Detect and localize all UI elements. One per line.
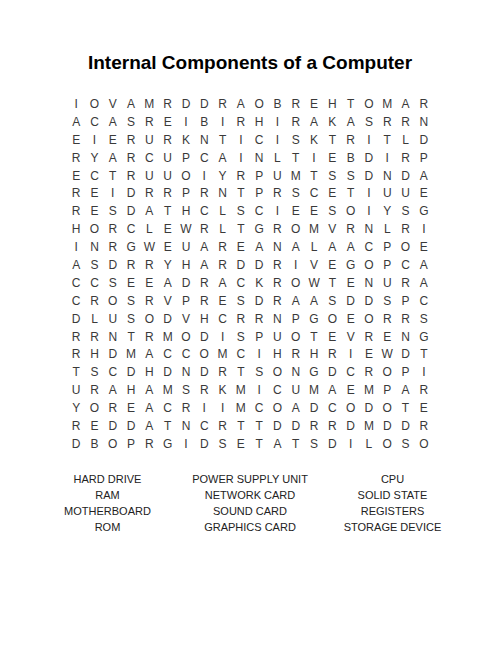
grid-cell[interactable]: M <box>305 381 323 399</box>
grid-cell[interactable]: C <box>396 256 414 274</box>
grid-cell[interactable]: C <box>341 363 359 381</box>
grid-cell[interactable]: R <box>195 220 213 238</box>
grid-cell[interactable]: R <box>341 220 359 238</box>
grid-cell[interactable]: C <box>67 292 85 310</box>
grid-cell[interactable]: H <box>305 345 323 363</box>
grid-cell[interactable]: Y <box>378 202 396 220</box>
grid-cell[interactable]: A <box>287 238 305 256</box>
grid-cell[interactable]: E <box>122 399 140 417</box>
grid-cell[interactable]: I <box>415 220 433 238</box>
grid-cell[interactable]: V <box>341 328 359 346</box>
grid-cell[interactable]: R <box>213 95 231 113</box>
grid-cell[interactable]: D <box>104 345 122 363</box>
grid-cell[interactable]: R <box>122 149 140 167</box>
grid-cell[interactable]: U <box>396 184 414 202</box>
grid-cell[interactable]: M <box>122 345 140 363</box>
grid-cell[interactable]: R <box>213 238 231 256</box>
grid-cell[interactable]: H <box>177 202 195 220</box>
grid-cell[interactable]: A <box>140 417 158 435</box>
grid-cell[interactable]: D <box>323 435 341 453</box>
grid-cell[interactable]: A <box>140 399 158 417</box>
grid-cell[interactable]: M <box>159 381 177 399</box>
grid-cell[interactable]: O <box>415 435 433 453</box>
grid-cell[interactable]: W <box>378 345 396 363</box>
grid-cell[interactable]: C <box>67 274 85 292</box>
grid-cell[interactable]: D <box>360 292 378 310</box>
grid-cell[interactable]: Y <box>85 149 103 167</box>
grid-cell[interactable]: A <box>140 202 158 220</box>
grid-cell[interactable]: D <box>268 417 286 435</box>
grid-cell[interactable]: D <box>250 256 268 274</box>
grid-cell[interactable]: E <box>104 131 122 149</box>
grid-cell[interactable]: E <box>323 256 341 274</box>
grid-cell[interactable]: K <box>323 113 341 131</box>
grid-cell[interactable]: T <box>378 131 396 149</box>
grid-cell[interactable]: C <box>213 310 231 328</box>
grid-cell[interactable]: T <box>232 417 250 435</box>
grid-cell[interactable]: R <box>287 345 305 363</box>
grid-cell[interactable]: U <box>177 238 195 256</box>
grid-cell[interactable]: O <box>268 399 286 417</box>
grid-cell[interactable]: R <box>360 363 378 381</box>
grid-cell[interactable]: S <box>232 202 250 220</box>
grid-cell[interactable]: R <box>396 310 414 328</box>
grid-cell[interactable]: O <box>177 328 195 346</box>
grid-cell[interactable]: D <box>122 417 140 435</box>
grid-cell[interactable]: A <box>305 292 323 310</box>
grid-cell[interactable]: D <box>305 399 323 417</box>
grid-cell[interactable]: U <box>140 131 158 149</box>
grid-cell[interactable]: M <box>360 381 378 399</box>
grid-cell[interactable]: H <box>323 95 341 113</box>
grid-cell[interactable]: I <box>268 202 286 220</box>
grid-cell[interactable]: O <box>140 310 158 328</box>
grid-cell[interactable]: D <box>67 310 85 328</box>
grid-cell[interactable]: E <box>305 95 323 113</box>
grid-cell[interactable]: R <box>378 113 396 131</box>
grid-cell[interactable]: O <box>85 220 103 238</box>
grid-cell[interactable]: R <box>140 256 158 274</box>
grid-cell[interactable]: O <box>287 274 305 292</box>
grid-cell[interactable]: R <box>140 113 158 131</box>
grid-cell[interactable]: S <box>323 167 341 185</box>
grid-cell[interactable]: U <box>159 149 177 167</box>
grid-cell[interactable]: E <box>360 345 378 363</box>
grid-cell[interactable]: P <box>378 256 396 274</box>
grid-cell[interactable]: B <box>85 435 103 453</box>
grid-cell[interactable]: B <box>341 149 359 167</box>
grid-cell[interactable]: T <box>67 363 85 381</box>
grid-cell[interactable]: S <box>323 292 341 310</box>
grid-cell[interactable]: S <box>232 328 250 346</box>
grid-cell[interactable]: M <box>232 381 250 399</box>
grid-cell[interactable]: A <box>159 274 177 292</box>
grid-cell[interactable]: R <box>67 184 85 202</box>
grid-cell[interactable]: C <box>250 399 268 417</box>
grid-cell[interactable]: R <box>122 167 140 185</box>
grid-cell[interactable]: D <box>195 435 213 453</box>
grid-cell[interactable]: G <box>415 328 433 346</box>
grid-cell[interactable]: A <box>195 238 213 256</box>
grid-cell[interactable]: E <box>159 220 177 238</box>
grid-cell[interactable]: E <box>232 435 250 453</box>
grid-cell[interactable]: T <box>232 220 250 238</box>
grid-cell[interactable]: R <box>360 328 378 346</box>
grid-cell[interactable]: C <box>415 292 433 310</box>
grid-cell[interactable]: T <box>323 131 341 149</box>
grid-cell[interactable]: R <box>305 417 323 435</box>
grid-cell[interactable]: C <box>360 238 378 256</box>
grid-cell[interactable]: R <box>415 381 433 399</box>
grid-cell[interactable]: E <box>85 184 103 202</box>
grid-cell[interactable]: R <box>67 417 85 435</box>
grid-cell[interactable]: E <box>213 292 231 310</box>
grid-cell[interactable]: E <box>323 328 341 346</box>
grid-cell[interactable]: R <box>104 399 122 417</box>
grid-cell[interactable]: D <box>415 131 433 149</box>
grid-cell[interactable]: R <box>85 328 103 346</box>
grid-cell[interactable]: A <box>250 238 268 256</box>
grid-cell[interactable]: R <box>195 274 213 292</box>
grid-cell[interactable]: D <box>104 256 122 274</box>
grid-cell[interactable]: C <box>195 417 213 435</box>
grid-cell[interactable]: P <box>378 381 396 399</box>
grid-cell[interactable]: M <box>232 399 250 417</box>
grid-cell[interactable]: E <box>378 328 396 346</box>
grid-cell[interactable]: E <box>159 238 177 256</box>
grid-cell[interactable]: R <box>232 310 250 328</box>
grid-cell[interactable]: O <box>360 95 378 113</box>
grid-cell[interactable]: A <box>415 167 433 185</box>
grid-cell[interactable]: R <box>104 220 122 238</box>
grid-cell[interactable]: N <box>250 149 268 167</box>
grid-cell[interactable]: R <box>268 184 286 202</box>
grid-cell[interactable]: I <box>67 238 85 256</box>
grid-cell[interactable]: O <box>341 202 359 220</box>
grid-cell[interactable]: V <box>305 256 323 274</box>
grid-cell[interactable]: R <box>323 417 341 435</box>
grid-cell[interactable]: I <box>104 184 122 202</box>
grid-cell[interactable]: P <box>250 328 268 346</box>
grid-cell[interactable]: D <box>195 95 213 113</box>
grid-cell[interactable]: C <box>232 274 250 292</box>
grid-cell[interactable]: S <box>122 310 140 328</box>
grid-cell[interactable]: I <box>287 256 305 274</box>
grid-cell[interactable]: I <box>268 131 286 149</box>
grid-cell[interactable]: E <box>159 113 177 131</box>
grid-cell[interactable]: S <box>396 435 414 453</box>
grid-cell[interactable]: S <box>104 274 122 292</box>
grid-cell[interactable]: R <box>67 345 85 363</box>
grid-cell[interactable]: I <box>195 167 213 185</box>
grid-cell[interactable]: O <box>378 435 396 453</box>
grid-cell[interactable]: C <box>177 345 195 363</box>
grid-cell[interactable]: L <box>396 131 414 149</box>
grid-cell[interactable]: N <box>104 328 122 346</box>
grid-cell[interactable]: U <box>378 184 396 202</box>
grid-cell[interactable]: M <box>140 95 158 113</box>
grid-cell[interactable]: T <box>104 167 122 185</box>
grid-cell[interactable]: L <box>360 435 378 453</box>
grid-cell[interactable]: C <box>323 399 341 417</box>
grid-cell[interactable]: P <box>415 149 433 167</box>
grid-cell[interactable]: C <box>159 399 177 417</box>
grid-cell[interactable]: R <box>287 113 305 131</box>
grid-cell[interactable]: N <box>396 328 414 346</box>
grid-cell[interactable]: R <box>195 184 213 202</box>
grid-cell[interactable]: I <box>341 345 359 363</box>
grid-cell[interactable]: S <box>85 256 103 274</box>
grid-cell[interactable]: A <box>104 381 122 399</box>
grid-cell[interactable]: T <box>122 328 140 346</box>
grid-cell[interactable]: R <box>195 381 213 399</box>
grid-cell[interactable]: E <box>323 149 341 167</box>
grid-cell[interactable]: N <box>177 363 195 381</box>
grid-cell[interactable]: N <box>268 238 286 256</box>
grid-cell[interactable]: T <box>305 328 323 346</box>
grid-cell[interactable]: C <box>140 149 158 167</box>
grid-cell[interactable]: C <box>250 202 268 220</box>
grid-cell[interactable]: I <box>341 435 359 453</box>
grid-cell[interactable]: R <box>122 256 140 274</box>
grid-cell[interactable]: I <box>232 149 250 167</box>
grid-cell[interactable]: O <box>104 292 122 310</box>
grid-cell[interactable]: E <box>305 202 323 220</box>
grid-cell[interactable]: D <box>195 363 213 381</box>
grid-cell[interactable]: O <box>195 345 213 363</box>
grid-cell[interactable]: A <box>323 238 341 256</box>
grid-cell[interactable]: Y <box>67 399 85 417</box>
grid-cell[interactable]: O <box>85 95 103 113</box>
grid-cell[interactable]: D <box>104 417 122 435</box>
grid-cell[interactable]: A <box>396 381 414 399</box>
grid-cell[interactable]: I <box>213 399 231 417</box>
grid-cell[interactable]: K <box>177 131 195 149</box>
grid-cell[interactable]: N <box>287 363 305 381</box>
grid-cell[interactable]: H <box>250 113 268 131</box>
grid-cell[interactable]: N <box>213 184 231 202</box>
grid-cell[interactable]: K <box>213 381 231 399</box>
grid-cell[interactable]: C <box>250 131 268 149</box>
grid-cell[interactable]: D <box>122 202 140 220</box>
grid-cell[interactable]: I <box>85 131 103 149</box>
grid-cell[interactable]: C <box>305 184 323 202</box>
grid-cell[interactable]: T <box>232 363 250 381</box>
grid-cell[interactable]: D <box>250 292 268 310</box>
grid-cell[interactable]: W <box>140 238 158 256</box>
grid-cell[interactable]: A <box>341 238 359 256</box>
grid-cell[interactable]: R <box>396 149 414 167</box>
grid-cell[interactable]: N <box>177 417 195 435</box>
grid-cell[interactable]: M <box>378 95 396 113</box>
grid-cell[interactable]: N <box>378 167 396 185</box>
grid-cell[interactable]: G <box>122 238 140 256</box>
grid-cell[interactable]: Y <box>213 167 231 185</box>
grid-cell[interactable]: P <box>122 435 140 453</box>
grid-cell[interactable]: A <box>323 381 341 399</box>
grid-cell[interactable]: P <box>287 310 305 328</box>
grid-cell[interactable]: O <box>360 256 378 274</box>
grid-cell[interactable]: M <box>213 345 231 363</box>
grid-cell[interactable]: O <box>323 310 341 328</box>
grid-cell[interactable]: E <box>85 417 103 435</box>
grid-cell[interactable]: S <box>250 363 268 381</box>
grid-cell[interactable]: L <box>378 220 396 238</box>
grid-cell[interactable]: D <box>378 417 396 435</box>
grid-cell[interactable]: U <box>67 381 85 399</box>
grid-cell[interactable]: D <box>122 363 140 381</box>
grid-cell[interactable]: G <box>305 363 323 381</box>
grid-cell[interactable]: D <box>177 95 195 113</box>
grid-cell[interactable]: A <box>140 381 158 399</box>
grid-cell[interactable]: U <box>287 381 305 399</box>
grid-cell[interactable]: E <box>323 184 341 202</box>
grid-cell[interactable]: A <box>104 149 122 167</box>
grid-cell[interactable]: D <box>177 274 195 292</box>
grid-cell[interactable]: P <box>250 167 268 185</box>
grid-cell[interactable]: S <box>360 113 378 131</box>
grid-cell[interactable]: S <box>177 381 195 399</box>
grid-cell[interactable]: E <box>415 238 433 256</box>
grid-cell[interactable]: I <box>250 345 268 363</box>
grid-cell[interactable]: I <box>213 113 231 131</box>
grid-cell[interactable]: R <box>67 149 85 167</box>
grid-cell[interactable]: S <box>104 202 122 220</box>
grid-cell[interactable]: E <box>67 131 85 149</box>
grid-cell[interactable]: R <box>268 220 286 238</box>
grid-cell[interactable]: K <box>305 131 323 149</box>
grid-cell[interactable]: U <box>140 167 158 185</box>
grid-cell[interactable]: R <box>67 202 85 220</box>
grid-cell[interactable]: G <box>250 220 268 238</box>
grid-cell[interactable]: D <box>360 167 378 185</box>
grid-cell[interactable]: S <box>287 184 305 202</box>
grid-cell[interactable]: V <box>159 292 177 310</box>
grid-cell[interactable]: R <box>378 310 396 328</box>
grid-cell[interactable]: D <box>341 292 359 310</box>
grid-cell[interactable]: H <box>268 345 286 363</box>
grid-cell[interactable]: T <box>159 202 177 220</box>
grid-cell[interactable]: A <box>140 345 158 363</box>
grid-cell[interactable]: R <box>140 292 158 310</box>
grid-cell[interactable]: C <box>122 220 140 238</box>
grid-cell[interactable]: A <box>415 274 433 292</box>
grid-cell[interactable]: D <box>195 328 213 346</box>
grid-cell[interactable]: C <box>159 345 177 363</box>
grid-cell[interactable]: R <box>140 435 158 453</box>
grid-cell[interactable]: O <box>396 238 414 256</box>
grid-cell[interactable]: S <box>122 113 140 131</box>
grid-cell[interactable]: U <box>268 167 286 185</box>
grid-cell[interactable]: P <box>396 292 414 310</box>
grid-cell[interactable]: G <box>341 256 359 274</box>
grid-cell[interactable]: R <box>104 238 122 256</box>
grid-cell[interactable]: I <box>415 363 433 381</box>
grid-cell[interactable]: I <box>305 149 323 167</box>
grid-cell[interactable]: I <box>378 149 396 167</box>
grid-cell[interactable]: O <box>85 399 103 417</box>
grid-cell[interactable]: C <box>232 345 250 363</box>
grid-cell[interactable]: S <box>213 435 231 453</box>
grid-cell[interactable]: S <box>396 202 414 220</box>
grid-cell[interactable]: I <box>250 381 268 399</box>
grid-cell[interactable]: S <box>378 292 396 310</box>
grid-cell[interactable]: P <box>177 292 195 310</box>
grid-cell[interactable]: O <box>360 310 378 328</box>
grid-cell[interactable]: T <box>250 417 268 435</box>
grid-cell[interactable]: A <box>104 113 122 131</box>
grid-cell[interactable]: A <box>287 399 305 417</box>
grid-cell[interactable]: A <box>305 113 323 131</box>
grid-cell[interactable]: A <box>287 292 305 310</box>
grid-cell[interactable]: O <box>378 363 396 381</box>
grid-cell[interactable]: P <box>396 363 414 381</box>
grid-cell[interactable]: I <box>360 131 378 149</box>
grid-cell[interactable]: R <box>122 131 140 149</box>
grid-cell[interactable]: Y <box>159 256 177 274</box>
grid-cell[interactable]: R <box>213 363 231 381</box>
grid-cell[interactable]: E <box>287 202 305 220</box>
grid-cell[interactable]: N <box>360 220 378 238</box>
grid-cell[interactable]: D <box>159 363 177 381</box>
grid-cell[interactable]: L <box>213 202 231 220</box>
grid-cell[interactable]: A <box>232 95 250 113</box>
grid-cell[interactable]: T <box>341 184 359 202</box>
grid-cell[interactable]: T <box>250 435 268 453</box>
grid-cell[interactable]: D <box>360 399 378 417</box>
grid-cell[interactable]: C <box>85 167 103 185</box>
grid-cell[interactable]: S <box>232 292 250 310</box>
grid-cell[interactable]: B <box>268 95 286 113</box>
grid-cell[interactable]: T <box>213 131 231 149</box>
grid-cell[interactable]: T <box>287 149 305 167</box>
grid-cell[interactable]: R <box>140 184 158 202</box>
grid-cell[interactable]: R <box>213 256 231 274</box>
grid-cell[interactable]: M <box>305 220 323 238</box>
grid-cell[interactable]: N <box>415 113 433 131</box>
grid-cell[interactable]: R <box>232 167 250 185</box>
grid-cell[interactable]: R <box>341 131 359 149</box>
grid-cell[interactable]: R <box>159 131 177 149</box>
grid-cell[interactable]: C <box>85 274 103 292</box>
grid-cell[interactable]: C <box>195 149 213 167</box>
grid-cell[interactable]: T <box>415 345 433 363</box>
grid-cell[interactable]: D <box>396 417 414 435</box>
grid-cell[interactable]: O <box>378 399 396 417</box>
grid-cell[interactable]: N <box>85 238 103 256</box>
grid-cell[interactable]: G <box>305 310 323 328</box>
grid-cell[interactable]: R <box>195 292 213 310</box>
grid-cell[interactable]: O <box>268 363 286 381</box>
grid-cell[interactable]: A <box>341 113 359 131</box>
grid-cell[interactable]: V <box>177 310 195 328</box>
grid-cell[interactable]: A <box>213 149 231 167</box>
grid-cell[interactable]: H <box>177 256 195 274</box>
grid-cell[interactable]: R <box>232 113 250 131</box>
grid-cell[interactable]: P <box>250 184 268 202</box>
grid-cell[interactable]: G <box>159 435 177 453</box>
grid-cell[interactable]: S <box>305 435 323 453</box>
grid-cell[interactable]: C <box>268 381 286 399</box>
grid-cell[interactable]: I <box>268 113 286 131</box>
grid-cell[interactable]: E <box>341 381 359 399</box>
grid-cell[interactable]: E <box>341 310 359 328</box>
grid-cell[interactable]: R <box>85 381 103 399</box>
grid-cell[interactable]: A <box>213 274 231 292</box>
grid-cell[interactable]: L <box>85 310 103 328</box>
grid-cell[interactable]: H <box>195 310 213 328</box>
grid-cell[interactable]: G <box>415 202 433 220</box>
